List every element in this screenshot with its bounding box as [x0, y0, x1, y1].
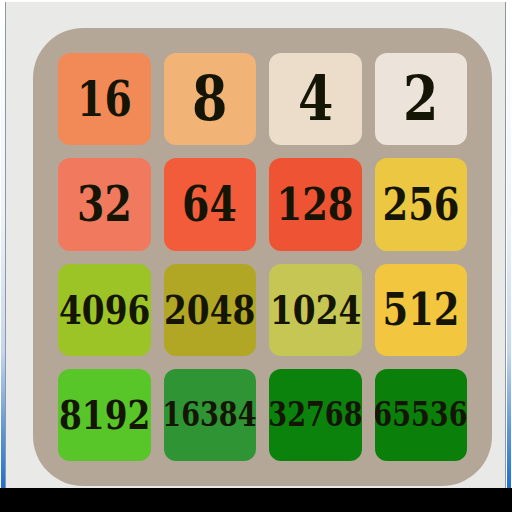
tile-value: 64 [182, 180, 237, 228]
tile-32: 32 [58, 158, 151, 250]
tile-16384: 16384 [164, 369, 257, 461]
game-screen: 1684232641282564096204810245128192163843… [5, 2, 506, 488]
tile-value: 32768 [269, 398, 362, 431]
2048-board[interactable]: 1684232641282564096204810245128192163843… [33, 28, 492, 486]
tile-value: 32 [77, 180, 132, 228]
tile-128: 128 [269, 158, 362, 250]
tile-value: 8 [192, 68, 227, 130]
tile-16: 16 [58, 53, 151, 145]
tile-value: 256 [382, 182, 459, 227]
app-window: 1684232641282564096204810245128192163843… [0, 0, 512, 512]
bottom-black-bar [0, 488, 512, 512]
tile-4: 4 [269, 53, 362, 145]
tile-value: 65536 [375, 398, 468, 431]
tile-256: 256 [375, 158, 468, 250]
tile-512: 512 [375, 264, 468, 356]
tile-2: 2 [375, 53, 468, 145]
tile-65536: 65536 [375, 369, 468, 461]
tile-value: 1024 [270, 290, 361, 330]
tile-value: 128 [277, 182, 354, 227]
right-edge-highlight [507, 2, 511, 488]
tile-64: 64 [164, 158, 257, 250]
tile-value: 512 [382, 287, 459, 332]
left-edge-highlight [1, 2, 5, 488]
tile-8: 8 [164, 53, 257, 145]
tile-4096: 4096 [58, 264, 151, 356]
tile-value: 16384 [164, 398, 257, 431]
tile-value: 2048 [164, 290, 255, 330]
tile-2048: 2048 [164, 264, 257, 356]
tile-32768: 32768 [269, 369, 362, 461]
tile-value: 4 [298, 68, 333, 130]
tile-8192: 8192 [58, 369, 151, 461]
tile-1024: 1024 [269, 264, 362, 356]
tile-value: 16 [77, 75, 132, 123]
tile-value: 2 [403, 68, 438, 130]
tile-value: 8192 [59, 395, 150, 435]
tile-value: 4096 [59, 290, 150, 330]
